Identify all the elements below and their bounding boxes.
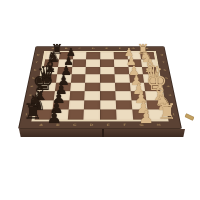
board-square (85, 83, 100, 92)
chess-piece-white-pawn: ♟ (138, 109, 153, 126)
coordinate-label: C (78, 48, 81, 50)
board-square (85, 91, 100, 100)
board-square (71, 74, 86, 82)
coordinate-label: F (119, 48, 121, 50)
coordinate-label: C (73, 124, 76, 127)
chess-piece-white-rook: ♜ (157, 101, 177, 123)
coordinate-label: E (107, 124, 110, 127)
board-square (114, 67, 129, 75)
fold-seam (100, 52, 101, 119)
coordinate-label: F (123, 124, 126, 127)
board-square (100, 67, 114, 75)
board-square (86, 67, 100, 75)
board-square (115, 91, 131, 100)
coordinate-label: E (106, 48, 108, 50)
board-square (86, 52, 100, 59)
chess-piece-black-rook: ♜ (23, 101, 43, 123)
board-square (116, 110, 133, 120)
chess-set-product-photo: ABCDEFGH ABCDEFGH 87654321 87654321 ♜♞♝♛… (0, 0, 200, 200)
coordinate-label: D (92, 48, 95, 50)
coordinate-label: 8 (161, 54, 164, 56)
board-square (100, 110, 116, 120)
fold-seam-front (102, 129, 104, 137)
board-square (70, 83, 85, 92)
board-square (71, 67, 86, 75)
board-square (85, 74, 100, 82)
board-square (100, 74, 115, 82)
board-square (100, 52, 114, 59)
board-square (100, 91, 115, 100)
board-square (100, 100, 116, 109)
board-square (100, 59, 114, 66)
chess-piece-black-pawn: ♟ (46, 109, 61, 126)
board-front-edge (19, 129, 185, 137)
coordinate-label: D (90, 124, 93, 127)
board-square (100, 83, 115, 92)
board-square (115, 100, 131, 109)
board-square (84, 100, 100, 109)
brass-latch (185, 113, 195, 120)
board-square (86, 59, 100, 66)
board-square (68, 100, 84, 109)
board-square (67, 110, 84, 120)
board-square (115, 83, 130, 92)
coordinate-label: 8 (37, 54, 40, 56)
board-square (84, 110, 100, 120)
board-square (69, 91, 85, 100)
